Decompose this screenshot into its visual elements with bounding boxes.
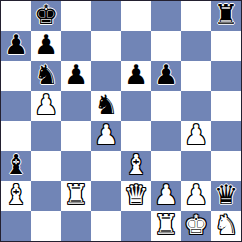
piece-black-pawn[interactable]: ♟ xyxy=(34,31,58,60)
square-f8[interactable] xyxy=(151,1,181,31)
piece-white-pawn[interactable]: ♟ xyxy=(154,181,178,210)
piece-white-rook[interactable]: ♜ xyxy=(154,211,178,240)
piece-black-queen[interactable]: ♛ xyxy=(214,181,238,210)
square-a6[interactable] xyxy=(1,61,31,91)
square-d6[interactable] xyxy=(91,61,121,91)
square-h8[interactable]: ♜ xyxy=(211,1,241,31)
piece-white-knight[interactable]: ♞ xyxy=(214,211,238,240)
square-f6[interactable]: ♟ xyxy=(151,61,181,91)
square-h4[interactable] xyxy=(211,121,241,151)
square-a5[interactable] xyxy=(1,91,31,121)
square-d1[interactable] xyxy=(91,211,121,241)
square-e2[interactable]: ♛ xyxy=(121,181,151,211)
piece-white-bishop[interactable]: ♝ xyxy=(4,181,28,210)
square-a2[interactable]: ♝ xyxy=(1,181,31,211)
square-c8[interactable] xyxy=(61,1,91,31)
square-e4[interactable] xyxy=(121,121,151,151)
square-f4[interactable] xyxy=(151,121,181,151)
square-e1[interactable] xyxy=(121,211,151,241)
piece-black-knight[interactable]: ♞ xyxy=(34,61,58,90)
square-e7[interactable] xyxy=(121,31,151,61)
square-f1[interactable]: ♜ xyxy=(151,211,181,241)
square-c5[interactable] xyxy=(61,91,91,121)
piece-black-pawn[interactable]: ♟ xyxy=(124,61,148,90)
square-g1[interactable]: ♚ xyxy=(181,211,211,241)
square-b1[interactable] xyxy=(31,211,61,241)
square-h1[interactable]: ♞ xyxy=(211,211,241,241)
square-g8[interactable] xyxy=(181,1,211,31)
piece-black-knight[interactable]: ♞ xyxy=(94,91,118,120)
piece-black-pawn[interactable]: ♟ xyxy=(154,61,178,90)
piece-white-rook[interactable]: ♜ xyxy=(64,181,88,210)
square-b5[interactable]: ♟ xyxy=(31,91,61,121)
piece-white-pawn[interactable]: ♟ xyxy=(34,91,58,120)
square-f3[interactable] xyxy=(151,151,181,181)
square-c7[interactable] xyxy=(61,31,91,61)
square-a7[interactable]: ♟ xyxy=(1,31,31,61)
square-a1[interactable] xyxy=(1,211,31,241)
piece-white-queen[interactable]: ♛ xyxy=(124,181,148,210)
square-g7[interactable] xyxy=(181,31,211,61)
square-h2[interactable]: ♛ xyxy=(211,181,241,211)
square-a8[interactable] xyxy=(1,1,31,31)
square-b3[interactable] xyxy=(31,151,61,181)
piece-white-bishop[interactable]: ♝ xyxy=(124,151,148,180)
square-b6[interactable]: ♞ xyxy=(31,61,61,91)
square-e3[interactable]: ♝ xyxy=(121,151,151,181)
square-f2[interactable]: ♟ xyxy=(151,181,181,211)
square-h6[interactable] xyxy=(211,61,241,91)
piece-white-pawn[interactable]: ♟ xyxy=(184,181,208,210)
square-a3[interactable]: ♝ xyxy=(1,151,31,181)
piece-white-pawn[interactable]: ♟ xyxy=(184,121,208,150)
square-f7[interactable] xyxy=(151,31,181,61)
piece-black-pawn[interactable]: ♟ xyxy=(4,31,28,60)
square-h5[interactable] xyxy=(211,91,241,121)
square-b2[interactable] xyxy=(31,181,61,211)
square-g6[interactable] xyxy=(181,61,211,91)
square-e6[interactable]: ♟ xyxy=(121,61,151,91)
square-c1[interactable] xyxy=(61,211,91,241)
chess-board: ♚♜♟♟♞♟♟♟♟♞♟♟♝♝♝♜♛♟♟♛♜♚♞ xyxy=(0,0,242,242)
square-c3[interactable] xyxy=(61,151,91,181)
square-g2[interactable]: ♟ xyxy=(181,181,211,211)
square-g5[interactable] xyxy=(181,91,211,121)
square-g4[interactable]: ♟ xyxy=(181,121,211,151)
square-b4[interactable] xyxy=(31,121,61,151)
piece-white-king[interactable]: ♚ xyxy=(184,211,208,240)
square-d5[interactable]: ♞ xyxy=(91,91,121,121)
square-d4[interactable]: ♟ xyxy=(91,121,121,151)
square-a4[interactable] xyxy=(1,121,31,151)
piece-black-rook[interactable]: ♜ xyxy=(214,1,238,30)
piece-white-pawn[interactable]: ♟ xyxy=(94,121,118,150)
square-g3[interactable] xyxy=(181,151,211,181)
square-d8[interactable] xyxy=(91,1,121,31)
square-e8[interactable] xyxy=(121,1,151,31)
square-h3[interactable] xyxy=(211,151,241,181)
square-d2[interactable] xyxy=(91,181,121,211)
square-c2[interactable]: ♜ xyxy=(61,181,91,211)
square-f5[interactable] xyxy=(151,91,181,121)
square-b7[interactable]: ♟ xyxy=(31,31,61,61)
square-c4[interactable] xyxy=(61,121,91,151)
square-c6[interactable]: ♟ xyxy=(61,61,91,91)
square-b8[interactable]: ♚ xyxy=(31,1,61,31)
piece-black-king[interactable]: ♚ xyxy=(34,1,58,30)
square-d3[interactable] xyxy=(91,151,121,181)
piece-black-bishop[interactable]: ♝ xyxy=(4,151,28,180)
chess-board-screenshot: ♚♜♟♟♞♟♟♟♟♞♟♟♝♝♝♜♛♟♟♛♜♚♞ xyxy=(0,0,242,242)
square-e5[interactable] xyxy=(121,91,151,121)
square-d7[interactable] xyxy=(91,31,121,61)
square-h7[interactable] xyxy=(211,31,241,61)
piece-black-pawn[interactable]: ♟ xyxy=(64,61,88,90)
